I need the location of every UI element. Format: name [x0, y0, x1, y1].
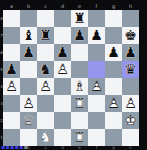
- square-a2[interactable]: [3, 112, 20, 129]
- square-d8[interactable]: [54, 10, 71, 27]
- square-a5[interactable]: ♟: [3, 61, 20, 78]
- square-c4[interactable]: ♟♙: [37, 78, 54, 95]
- file-label-c: c: [37, 3, 54, 9]
- square-d6[interactable]: ♟: [54, 44, 71, 61]
- piece-white-pawn[interactable]: ♟♙: [20, 95, 37, 112]
- square-c8[interactable]: [37, 10, 54, 27]
- piece-outline-layer: ♙: [124, 95, 137, 112]
- square-h8[interactable]: [122, 10, 139, 27]
- piece-black-pawn[interactable]: ♟: [122, 44, 139, 61]
- square-h7[interactable]: ♚: [122, 27, 139, 44]
- square-g6[interactable]: ♟: [105, 44, 122, 61]
- piece-white-queen[interactable]: ♛♕: [20, 112, 37, 129]
- piece-white-bishop[interactable]: ♝♗: [71, 78, 88, 95]
- footer-blue-marks: ▪▪▪▪▪: [1, 143, 24, 150]
- square-d5[interactable]: ♟♙: [54, 61, 71, 78]
- square-h5[interactable]: ♛: [122, 61, 139, 78]
- square-c6[interactable]: [37, 44, 54, 61]
- square-e8[interactable]: ♜: [71, 10, 88, 27]
- piece-white-pawn[interactable]: ♟♙: [54, 61, 71, 78]
- square-g4[interactable]: [105, 78, 122, 95]
- file-label-bottom-g: g: [105, 146, 122, 150]
- piece-outline-layer: ♙: [22, 95, 35, 112]
- square-h3[interactable]: ♟♙: [122, 95, 139, 112]
- piece-black-pawn[interactable]: ♟: [20, 44, 37, 61]
- file-label-bottom-e: e: [71, 146, 88, 150]
- square-b6[interactable]: ♟: [20, 44, 37, 61]
- piece-white-pawn[interactable]: ♟♙: [122, 95, 139, 112]
- piece-black-rook[interactable]: ♜: [71, 10, 88, 27]
- piece-black-queen[interactable]: ♛: [122, 61, 139, 78]
- footer-marks: ▪▪▪▪▪▪: [1, 144, 28, 150]
- piece-white-rook[interactable]: ♜♖: [71, 129, 88, 146]
- file-label-f: f: [88, 3, 105, 9]
- piece-outline-layer: ♙: [5, 78, 18, 95]
- square-b7[interactable]: ♝: [20, 27, 37, 44]
- piece-outline-layer: ♖: [73, 129, 86, 146]
- square-f3[interactable]: [88, 95, 105, 112]
- top-file-labels: abcdefgh: [3, 3, 139, 9]
- chess-app-window: abcdefgh 87654321 ♜♝♜♟♟♚♟♟♟♟♟♞♟♙♛♟♙♟♙♝♗♟…: [0, 0, 147, 150]
- piece-black-king[interactable]: ♚: [122, 27, 139, 44]
- piece-white-pawn[interactable]: ♟♙: [37, 78, 54, 95]
- piece-white-pawn[interactable]: ♟♙: [88, 78, 105, 95]
- square-f2[interactable]: [88, 112, 105, 129]
- square-g7[interactable]: [105, 27, 122, 44]
- square-c3[interactable]: [37, 95, 54, 112]
- file-label-e: e: [71, 3, 88, 9]
- file-label-b: b: [20, 3, 37, 9]
- piece-white-pawn[interactable]: ♟♙: [3, 78, 20, 95]
- square-h6[interactable]: ♟: [122, 44, 139, 61]
- square-f1[interactable]: [88, 129, 105, 146]
- square-g1[interactable]: [105, 129, 122, 146]
- piece-outline-layer: ♙: [56, 61, 69, 78]
- square-b5[interactable]: [20, 61, 37, 78]
- piece-outline-layer: ♙: [107, 95, 120, 112]
- square-h1[interactable]: [122, 129, 139, 146]
- piece-white-pawn[interactable]: ♟♙: [105, 95, 122, 112]
- square-e4[interactable]: ♝♗: [71, 78, 88, 95]
- square-f6[interactable]: [88, 44, 105, 61]
- square-h4[interactable]: [122, 78, 139, 95]
- square-d7[interactable]: [54, 27, 71, 44]
- piece-outline-layer: ♗: [73, 78, 86, 95]
- file-label-bottom-d: d: [54, 146, 71, 150]
- square-c5[interactable]: ♞: [37, 61, 54, 78]
- piece-black-pawn[interactable]: ♟: [3, 61, 20, 78]
- square-h2[interactable]: ♚♔: [122, 112, 139, 129]
- square-c1[interactable]: ♞♘: [37, 129, 54, 146]
- piece-white-rook[interactable]: ♜♖: [71, 95, 88, 112]
- piece-outline-layer: ♔: [124, 112, 137, 129]
- piece-black-rook[interactable]: ♜: [37, 27, 54, 44]
- square-a8[interactable]: [3, 10, 20, 27]
- square-e7[interactable]: ♟: [71, 27, 88, 44]
- file-label-bottom-h: h: [122, 146, 139, 150]
- square-d4[interactable]: [54, 78, 71, 95]
- square-d2[interactable]: [54, 112, 71, 129]
- piece-black-pawn[interactable]: ♟: [71, 27, 88, 44]
- square-f8[interactable]: [88, 10, 105, 27]
- square-b8[interactable]: [20, 10, 37, 27]
- file-label-a: a: [3, 3, 20, 9]
- square-e1[interactable]: ♜♖: [71, 129, 88, 146]
- piece-black-pawn[interactable]: ♟: [54, 44, 71, 61]
- file-label-h: h: [122, 3, 139, 9]
- square-a7[interactable]: [3, 27, 20, 44]
- file-label-bottom-f: f: [88, 146, 105, 150]
- piece-white-king[interactable]: ♚♔: [122, 112, 139, 129]
- square-e6[interactable]: [71, 44, 88, 61]
- square-f5[interactable]: [88, 61, 105, 78]
- square-e3[interactable]: ♜♖: [71, 95, 88, 112]
- square-f4[interactable]: ♟♙: [88, 78, 105, 95]
- piece-black-bishop[interactable]: ♝: [20, 27, 37, 44]
- piece-outline-layer: ♖: [73, 95, 86, 112]
- square-c2[interactable]: [37, 112, 54, 129]
- square-g8[interactable]: [105, 10, 122, 27]
- file-label-g: g: [105, 3, 122, 9]
- square-c7[interactable]: ♜: [37, 27, 54, 44]
- piece-outline-layer: ♙: [90, 78, 103, 95]
- square-b2[interactable]: ♛♕: [20, 112, 37, 129]
- piece-outline-layer: ♕: [22, 112, 35, 129]
- piece-black-knight[interactable]: ♞: [37, 61, 54, 78]
- square-d3[interactable]: [54, 95, 71, 112]
- square-g2[interactable]: [105, 112, 122, 129]
- square-g3[interactable]: ♟♙: [105, 95, 122, 112]
- square-a4[interactable]: ♟♙: [3, 78, 20, 95]
- piece-outline-layer: ♘: [39, 129, 52, 146]
- square-g5[interactable]: [105, 61, 122, 78]
- chess-board[interactable]: ♜♝♜♟♟♚♟♟♟♟♟♞♟♙♛♟♙♟♙♝♗♟♙♟♙♜♖♟♙♟♙♛♕♚♔♞♘♜♖: [3, 10, 139, 146]
- piece-black-pawn[interactable]: ♟: [105, 44, 122, 61]
- square-e2[interactable]: [71, 112, 88, 129]
- square-b3[interactable]: ♟♙: [20, 95, 37, 112]
- square-b4[interactable]: [20, 78, 37, 95]
- square-e5[interactable]: [71, 61, 88, 78]
- square-d1[interactable]: [54, 129, 71, 146]
- footer-gray-mark: ▪: [24, 143, 29, 150]
- piece-outline-layer: ♙: [39, 78, 52, 95]
- piece-white-knight[interactable]: ♞♘: [37, 129, 54, 146]
- square-f7[interactable]: ♟: [88, 27, 105, 44]
- square-a3[interactable]: [3, 95, 20, 112]
- file-label-bottom-c: c: [37, 146, 54, 150]
- piece-black-pawn[interactable]: ♟: [88, 27, 105, 44]
- square-a6[interactable]: [3, 44, 20, 61]
- file-label-d: d: [54, 3, 71, 9]
